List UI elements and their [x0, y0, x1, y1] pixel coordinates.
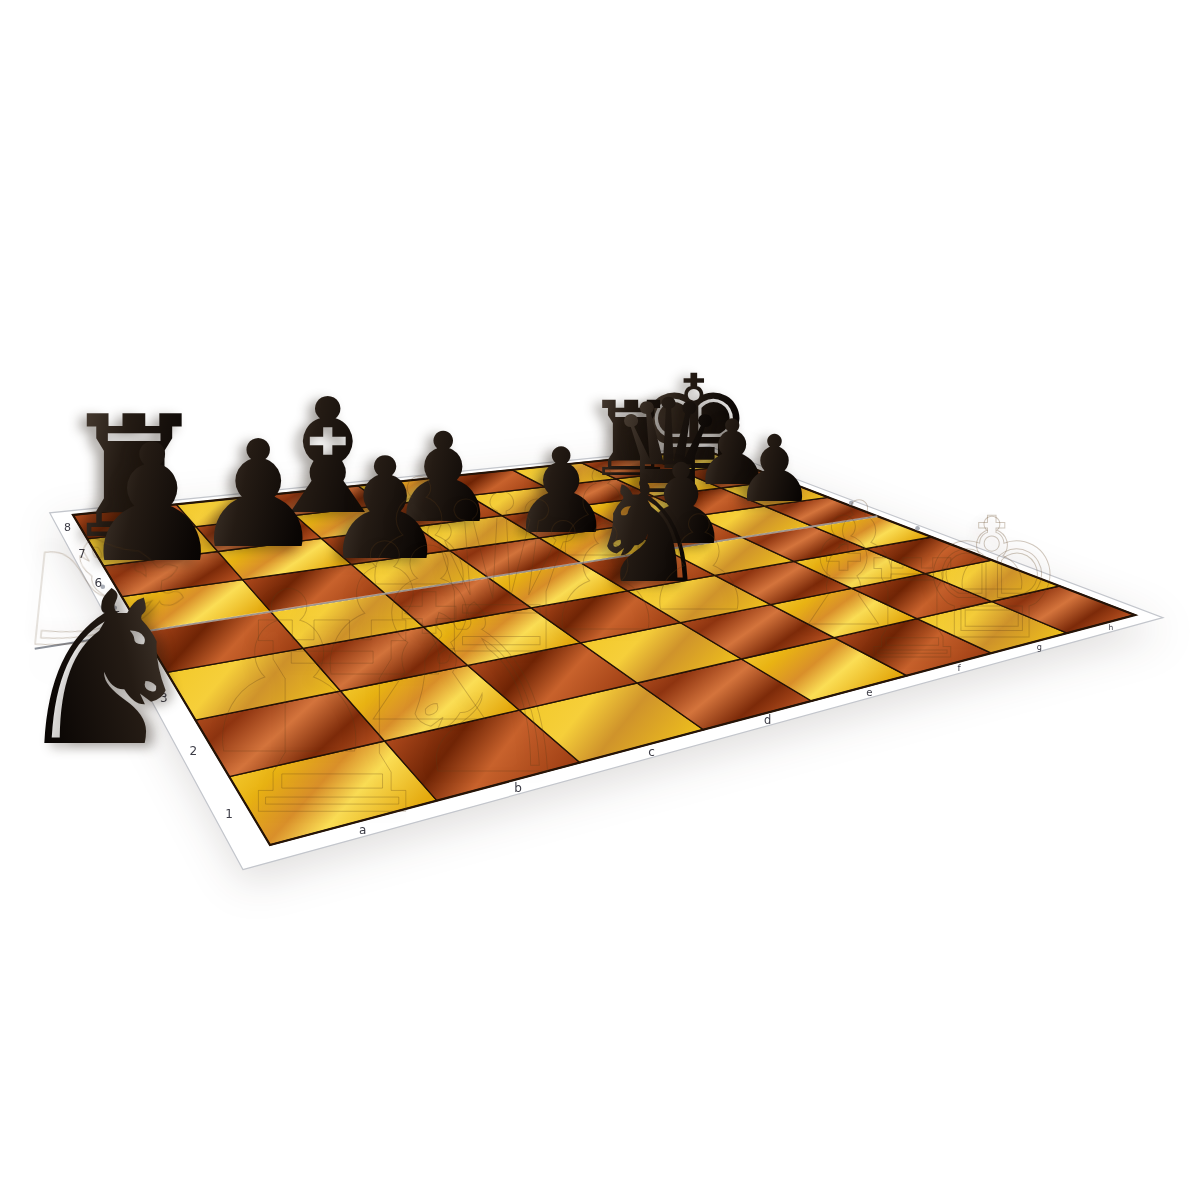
- file-label-c: c: [648, 745, 655, 759]
- chess-piece-white-rook-f1[interactable]: ♜: [851, 542, 973, 678]
- chess-piece-white-rook-a1[interactable]: ♜: [215, 590, 450, 852]
- captured-black-knight[interactable]: ♞: [10, 564, 200, 776]
- file-label-d: d: [764, 713, 771, 727]
- file-label-h: h: [1109, 623, 1114, 632]
- chess-product-photo: 12345678abcdefgh ♜♝♜♚♟♟♟♛♟♟♟♟♟♞♟♟♟♛♟♟♟♟♝…: [0, 0, 1200, 1200]
